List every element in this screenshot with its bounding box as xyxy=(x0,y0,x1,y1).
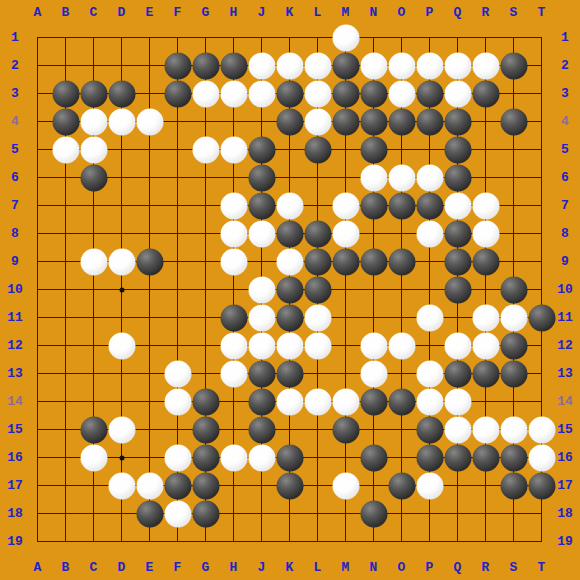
coordinate-label-row-right: 12 xyxy=(557,339,573,353)
stone-black[interactable] xyxy=(192,416,219,443)
go-board[interactable]: AABBCCDDEEFFGGHHJJKKLLMMNNOOPPQQRRSSTT11… xyxy=(0,0,580,580)
coordinate-label-column-bottom: F xyxy=(174,561,182,575)
stone-white[interactable] xyxy=(388,80,415,107)
stone-black[interactable] xyxy=(220,304,247,331)
coordinate-label-column-top: E xyxy=(146,6,154,20)
coordinate-label-row-left: 11 xyxy=(7,311,23,325)
stone-black[interactable] xyxy=(332,52,359,79)
stone-white[interactable] xyxy=(248,444,275,471)
stone-black[interactable] xyxy=(388,388,415,415)
stone-white[interactable] xyxy=(444,52,471,79)
coordinate-label-column-bottom: S xyxy=(510,561,518,575)
stone-black[interactable] xyxy=(360,136,387,163)
stone-black[interactable] xyxy=(360,80,387,107)
stone-black[interactable] xyxy=(388,108,415,135)
stone-white[interactable] xyxy=(332,220,359,247)
stone-black[interactable] xyxy=(444,360,471,387)
stone-white[interactable] xyxy=(276,388,303,415)
stone-white[interactable] xyxy=(276,248,303,275)
coordinate-label-column-top: M xyxy=(342,6,350,20)
stone-white[interactable] xyxy=(360,164,387,191)
stone-black[interactable] xyxy=(248,192,275,219)
stone-black[interactable] xyxy=(332,416,359,443)
stone-white[interactable] xyxy=(472,220,499,247)
stone-black[interactable] xyxy=(108,80,135,107)
stone-black[interactable] xyxy=(388,192,415,219)
coordinate-label-column-top: S xyxy=(510,6,518,20)
coordinate-label-row-left: 18 xyxy=(7,507,23,521)
stone-white[interactable] xyxy=(360,360,387,387)
stone-white[interactable] xyxy=(164,388,191,415)
stone-white[interactable] xyxy=(220,192,247,219)
coordinate-label-row-left: 14 xyxy=(7,395,23,409)
stone-white[interactable] xyxy=(444,388,471,415)
coordinate-label-column-top: R xyxy=(482,6,490,20)
stone-white[interactable] xyxy=(192,80,219,107)
stone-white[interactable] xyxy=(108,248,135,275)
stone-white[interactable] xyxy=(472,192,499,219)
stone-black[interactable] xyxy=(276,360,303,387)
stone-white[interactable] xyxy=(276,332,303,359)
coordinate-label-row-right: 10 xyxy=(557,283,573,297)
stone-black[interactable] xyxy=(164,52,191,79)
stone-black[interactable] xyxy=(360,248,387,275)
stone-white[interactable] xyxy=(248,220,275,247)
stone-black[interactable] xyxy=(416,80,443,107)
stone-white[interactable] xyxy=(276,192,303,219)
stone-white[interactable] xyxy=(136,472,163,499)
stone-black[interactable] xyxy=(444,248,471,275)
stone-black[interactable] xyxy=(500,444,527,471)
stone-black[interactable] xyxy=(276,276,303,303)
stone-white[interactable] xyxy=(80,444,107,471)
stone-white[interactable] xyxy=(528,416,555,443)
coordinate-label-column-top: C xyxy=(90,6,98,20)
stone-black[interactable] xyxy=(444,444,471,471)
stone-black[interactable] xyxy=(136,248,163,275)
coordinate-label-row-right: 13 xyxy=(557,367,573,381)
stone-black[interactable] xyxy=(164,80,191,107)
stone-white[interactable] xyxy=(80,136,107,163)
stone-white[interactable] xyxy=(136,108,163,135)
coordinate-label-row-right: 19 xyxy=(557,535,573,549)
stone-white[interactable] xyxy=(220,220,247,247)
coordinate-label-column-bottom: H xyxy=(230,561,238,575)
stone-black[interactable] xyxy=(248,136,275,163)
coordinate-label-row-left: 6 xyxy=(11,171,19,185)
stone-black[interactable] xyxy=(500,472,527,499)
stone-black[interactable] xyxy=(192,444,219,471)
stone-black[interactable] xyxy=(248,164,275,191)
coordinate-label-row-right: 17 xyxy=(557,479,573,493)
coordinate-label-row-left: 7 xyxy=(11,199,19,213)
stone-white[interactable] xyxy=(416,52,443,79)
stone-white[interactable] xyxy=(304,388,331,415)
coordinate-label-column-bottom: R xyxy=(482,561,490,575)
stone-black[interactable] xyxy=(472,444,499,471)
coordinate-label-column-top: K xyxy=(286,6,294,20)
coordinate-label-row-left: 10 xyxy=(7,283,23,297)
coordinate-label-row-right: 4 xyxy=(561,115,569,129)
stone-black[interactable] xyxy=(360,388,387,415)
stone-white[interactable] xyxy=(248,304,275,331)
stone-black[interactable] xyxy=(500,52,527,79)
stone-black[interactable] xyxy=(248,388,275,415)
coordinate-label-column-top: F xyxy=(174,6,182,20)
stone-black[interactable] xyxy=(332,108,359,135)
stone-black[interactable] xyxy=(136,500,163,527)
stone-white[interactable] xyxy=(472,52,499,79)
stone-white[interactable] xyxy=(164,360,191,387)
coordinate-label-row-right: 2 xyxy=(561,59,569,73)
stone-black[interactable] xyxy=(276,80,303,107)
stone-white[interactable] xyxy=(444,332,471,359)
stone-black[interactable] xyxy=(276,108,303,135)
stone-black[interactable] xyxy=(360,108,387,135)
stone-white[interactable] xyxy=(472,332,499,359)
stone-white[interactable] xyxy=(416,164,443,191)
stone-white[interactable] xyxy=(164,500,191,527)
stone-black[interactable] xyxy=(416,416,443,443)
coordinate-label-row-right: 18 xyxy=(557,507,573,521)
stone-black[interactable] xyxy=(500,276,527,303)
stone-black[interactable] xyxy=(192,388,219,415)
stone-white[interactable] xyxy=(220,248,247,275)
stone-white[interactable] xyxy=(304,80,331,107)
stone-white[interactable] xyxy=(108,108,135,135)
stone-black[interactable] xyxy=(52,80,79,107)
stone-white[interactable] xyxy=(52,136,79,163)
star-point xyxy=(119,287,124,292)
stone-black[interactable] xyxy=(416,108,443,135)
stone-white[interactable] xyxy=(220,360,247,387)
coordinate-label-column-bottom: K xyxy=(286,561,294,575)
coordinate-label-row-left: 3 xyxy=(11,87,19,101)
stone-black[interactable] xyxy=(472,80,499,107)
stone-black[interactable] xyxy=(276,304,303,331)
stone-white[interactable] xyxy=(332,192,359,219)
stone-white[interactable] xyxy=(332,472,359,499)
stone-black[interactable] xyxy=(388,472,415,499)
coordinate-label-row-right: 7 xyxy=(561,199,569,213)
stone-black[interactable] xyxy=(248,416,275,443)
coordinate-label-row-right: 1 xyxy=(561,31,569,45)
coordinate-label-row-right: 3 xyxy=(561,87,569,101)
stone-white[interactable] xyxy=(332,24,359,51)
coordinate-label-column-top: O xyxy=(398,6,406,20)
stone-white[interactable] xyxy=(108,332,135,359)
stone-black[interactable] xyxy=(304,276,331,303)
stone-black[interactable] xyxy=(388,248,415,275)
coordinate-label-column-bottom: G xyxy=(202,561,210,575)
stone-white[interactable] xyxy=(80,248,107,275)
coordinate-label-column-top: G xyxy=(202,6,210,20)
stone-white[interactable] xyxy=(472,304,499,331)
coordinate-label-column-bottom: J xyxy=(258,561,266,575)
stone-white[interactable] xyxy=(220,136,247,163)
stone-black[interactable] xyxy=(276,220,303,247)
stone-white[interactable] xyxy=(500,304,527,331)
stone-black[interactable] xyxy=(360,192,387,219)
stone-white[interactable] xyxy=(248,52,275,79)
stone-black[interactable] xyxy=(332,80,359,107)
grid-line-horizontal xyxy=(37,541,542,542)
stone-black[interactable] xyxy=(192,500,219,527)
stone-white[interactable] xyxy=(108,416,135,443)
stone-black[interactable] xyxy=(304,248,331,275)
coordinate-label-row-right: 5 xyxy=(561,143,569,157)
stone-white[interactable] xyxy=(304,304,331,331)
stone-white[interactable] xyxy=(472,416,499,443)
coordinate-label-column-top: T xyxy=(538,6,546,20)
stone-black[interactable] xyxy=(528,472,555,499)
stone-black[interactable] xyxy=(444,136,471,163)
coordinate-label-row-right: 11 xyxy=(557,311,573,325)
stone-black[interactable] xyxy=(444,276,471,303)
stone-black[interactable] xyxy=(248,360,275,387)
coordinate-label-column-bottom: E xyxy=(146,561,154,575)
coordinate-label-row-left: 9 xyxy=(11,255,19,269)
coordinate-label-row-left: 1 xyxy=(11,31,19,45)
stone-black[interactable] xyxy=(304,220,331,247)
coordinate-label-column-top: A xyxy=(34,6,42,20)
coordinate-label-column-bottom: L xyxy=(314,561,322,575)
stone-white[interactable] xyxy=(500,416,527,443)
stone-white[interactable] xyxy=(444,416,471,443)
stone-white[interactable] xyxy=(80,108,107,135)
coordinate-label-column-bottom: T xyxy=(538,561,546,575)
stone-black[interactable] xyxy=(472,360,499,387)
coordinate-label-column-top: J xyxy=(258,6,266,20)
stone-black[interactable] xyxy=(444,220,471,247)
coordinate-label-row-right: 8 xyxy=(561,227,569,241)
stone-black[interactable] xyxy=(444,164,471,191)
coordinate-label-column-top: L xyxy=(314,6,322,20)
stone-black[interactable] xyxy=(416,444,443,471)
coordinate-label-column-top: B xyxy=(62,6,70,20)
stone-white[interactable] xyxy=(528,444,555,471)
coordinate-label-row-left: 5 xyxy=(11,143,19,157)
coordinate-label-row-right: 15 xyxy=(557,423,573,437)
stone-white[interactable] xyxy=(416,304,443,331)
stone-white[interactable] xyxy=(360,332,387,359)
coordinate-label-row-left: 4 xyxy=(11,115,19,129)
stone-black[interactable] xyxy=(360,444,387,471)
stone-white[interactable] xyxy=(444,80,471,107)
coordinate-label-column-bottom: D xyxy=(118,561,126,575)
stone-black[interactable] xyxy=(500,108,527,135)
stone-black[interactable] xyxy=(276,472,303,499)
stone-white[interactable] xyxy=(276,52,303,79)
coordinate-label-column-bottom: N xyxy=(370,561,378,575)
stone-black[interactable] xyxy=(276,444,303,471)
stone-white[interactable] xyxy=(304,108,331,135)
coordinate-label-row-right: 16 xyxy=(557,451,573,465)
coordinate-label-row-left: 8 xyxy=(11,227,19,241)
stone-white[interactable] xyxy=(416,360,443,387)
stone-white[interactable] xyxy=(220,444,247,471)
grid-line-horizontal xyxy=(37,513,542,514)
stone-white[interactable] xyxy=(388,164,415,191)
stone-white[interactable] xyxy=(332,388,359,415)
coordinate-label-column-bottom: P xyxy=(426,561,434,575)
coordinate-label-column-top: D xyxy=(118,6,126,20)
coordinate-label-row-left: 16 xyxy=(7,451,23,465)
coordinate-label-row-right: 9 xyxy=(561,255,569,269)
stone-black[interactable] xyxy=(164,472,191,499)
stone-black[interactable] xyxy=(500,332,527,359)
star-point xyxy=(119,455,124,460)
stone-white[interactable] xyxy=(360,52,387,79)
stone-white[interactable] xyxy=(164,444,191,471)
coordinate-label-row-left: 13 xyxy=(7,367,23,381)
coordinate-label-column-top: N xyxy=(370,6,378,20)
stone-black[interactable] xyxy=(192,472,219,499)
stone-white[interactable] xyxy=(416,388,443,415)
stone-white[interactable] xyxy=(248,276,275,303)
stone-white[interactable] xyxy=(220,332,247,359)
stone-white[interactable] xyxy=(388,52,415,79)
coordinate-label-row-left: 19 xyxy=(7,535,23,549)
stone-white[interactable] xyxy=(416,220,443,247)
stone-white[interactable] xyxy=(220,80,247,107)
stone-black[interactable] xyxy=(444,108,471,135)
coordinate-label-row-right: 14 xyxy=(557,395,573,409)
stone-black[interactable] xyxy=(220,52,247,79)
coordinate-label-column-bottom: M xyxy=(342,561,350,575)
coordinate-label-column-top: P xyxy=(426,6,434,20)
coordinate-label-column-top: Q xyxy=(454,6,462,20)
stone-black[interactable] xyxy=(80,416,107,443)
coordinate-label-column-bottom: C xyxy=(90,561,98,575)
stone-white[interactable] xyxy=(192,136,219,163)
stone-white[interactable] xyxy=(304,52,331,79)
coordinate-label-row-right: 6 xyxy=(561,171,569,185)
stone-white[interactable] xyxy=(248,80,275,107)
stone-black[interactable] xyxy=(472,248,499,275)
stone-black[interactable] xyxy=(80,164,107,191)
stone-black[interactable] xyxy=(304,136,331,163)
coordinate-label-row-left: 17 xyxy=(7,479,23,493)
coordinate-label-column-bottom: O xyxy=(398,561,406,575)
stone-white[interactable] xyxy=(388,332,415,359)
stone-black[interactable] xyxy=(192,52,219,79)
coordinate-label-column-bottom: A xyxy=(34,561,42,575)
stone-black[interactable] xyxy=(360,500,387,527)
stone-black[interactable] xyxy=(500,360,527,387)
stone-white[interactable] xyxy=(416,472,443,499)
coordinate-label-row-left: 2 xyxy=(11,59,19,73)
coordinate-label-column-bottom: B xyxy=(62,561,70,575)
stone-white[interactable] xyxy=(248,332,275,359)
stone-black[interactable] xyxy=(52,108,79,135)
stone-black[interactable] xyxy=(80,80,107,107)
stone-black[interactable] xyxy=(528,304,555,331)
coordinate-label-row-left: 15 xyxy=(7,423,23,437)
stone-white[interactable] xyxy=(444,192,471,219)
stone-white[interactable] xyxy=(304,332,331,359)
stone-black[interactable] xyxy=(416,192,443,219)
coordinate-label-row-left: 12 xyxy=(7,339,23,353)
coordinate-label-column-bottom: Q xyxy=(454,561,462,575)
stone-black[interactable] xyxy=(332,248,359,275)
coordinate-label-column-top: H xyxy=(230,6,238,20)
stone-white[interactable] xyxy=(108,472,135,499)
